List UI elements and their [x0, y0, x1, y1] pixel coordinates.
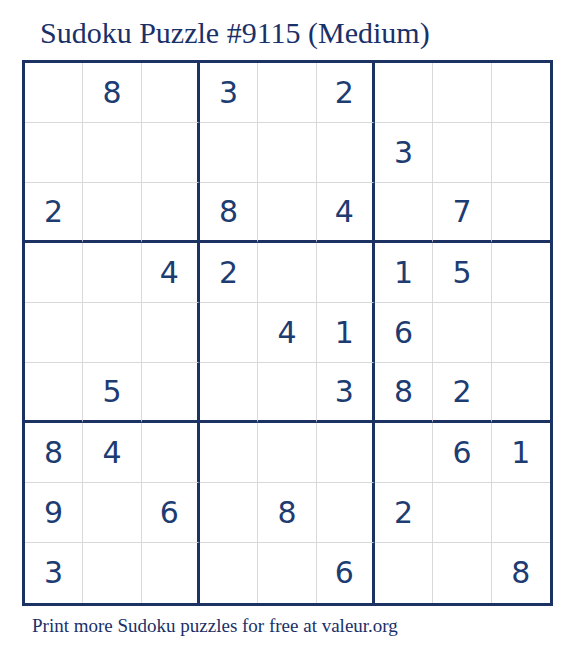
- cell-r8c3: 6: [142, 483, 200, 543]
- cell-r5c7: 6: [375, 303, 433, 363]
- cell-r1c6: 2: [317, 63, 375, 123]
- cell-r4c2: [83, 243, 141, 303]
- cell-r4c1: [25, 243, 83, 303]
- cell-r4c8: 5: [433, 243, 491, 303]
- cell-r1c5: [258, 63, 316, 123]
- cell-r7c1: 8: [25, 423, 83, 483]
- page-root: Sudoku Puzzle #9115 (Medium) 83232847421…: [0, 0, 574, 651]
- cell-r1c8: [433, 63, 491, 123]
- cell-r4c5: [258, 243, 316, 303]
- cell-r1c7: [375, 63, 433, 123]
- cell-r3c9: [492, 183, 550, 243]
- cell-r3c4: 8: [200, 183, 258, 243]
- cell-r2c6: [317, 123, 375, 183]
- cell-r9c4: [200, 543, 258, 603]
- cell-r9c9: 8: [492, 543, 550, 603]
- cell-r6c6: 3: [317, 363, 375, 423]
- cell-r5c2: [83, 303, 141, 363]
- page-title: Sudoku Puzzle #9115 (Medium): [40, 16, 430, 50]
- cell-r4c9: [492, 243, 550, 303]
- cell-r2c4: [200, 123, 258, 183]
- cell-r2c9: [492, 123, 550, 183]
- cell-r7c7: [375, 423, 433, 483]
- cell-r5c4: [200, 303, 258, 363]
- cell-r8c6: [317, 483, 375, 543]
- cell-r2c3: [142, 123, 200, 183]
- footer-text: Print more Sudoku puzzles for free at va…: [32, 615, 398, 637]
- cell-r7c6: [317, 423, 375, 483]
- cell-r4c7: 1: [375, 243, 433, 303]
- cell-r8c2: [83, 483, 141, 543]
- cell-r8c5: 8: [258, 483, 316, 543]
- cell-r4c3: 4: [142, 243, 200, 303]
- cell-r7c3: [142, 423, 200, 483]
- cell-r7c2: 4: [83, 423, 141, 483]
- cell-r2c1: [25, 123, 83, 183]
- cell-r6c7: 8: [375, 363, 433, 423]
- cell-r7c5: [258, 423, 316, 483]
- cell-r9c6: 6: [317, 543, 375, 603]
- cell-r7c9: 1: [492, 423, 550, 483]
- cell-r3c6: 4: [317, 183, 375, 243]
- cell-r3c8: 7: [433, 183, 491, 243]
- cell-r6c9: [492, 363, 550, 423]
- cell-r8c4: [200, 483, 258, 543]
- cell-r6c2: 5: [83, 363, 141, 423]
- cell-r6c4: [200, 363, 258, 423]
- cell-r4c6: [317, 243, 375, 303]
- cell-r2c8: [433, 123, 491, 183]
- cell-r6c3: [142, 363, 200, 423]
- cell-r1c1: [25, 63, 83, 123]
- cell-r3c3: [142, 183, 200, 243]
- cell-r3c5: [258, 183, 316, 243]
- cell-r8c9: [492, 483, 550, 543]
- cell-r7c8: 6: [433, 423, 491, 483]
- cell-r2c7: 3: [375, 123, 433, 183]
- cell-r2c5: [258, 123, 316, 183]
- cell-r3c2: [83, 183, 141, 243]
- cell-r7c4: [200, 423, 258, 483]
- cell-r5c9: [492, 303, 550, 363]
- cell-r6c5: [258, 363, 316, 423]
- cell-r3c7: [375, 183, 433, 243]
- cell-r8c8: [433, 483, 491, 543]
- cell-r1c9: [492, 63, 550, 123]
- cell-r8c1: 9: [25, 483, 83, 543]
- cell-r2c2: [83, 123, 141, 183]
- cell-r9c2: [83, 543, 141, 603]
- sudoku-grid: 832328474215416538284619682368: [22, 60, 553, 606]
- cell-r8c7: 2: [375, 483, 433, 543]
- cell-r1c4: 3: [200, 63, 258, 123]
- cell-r5c3: [142, 303, 200, 363]
- cell-r4c4: 2: [200, 243, 258, 303]
- cell-r1c3: [142, 63, 200, 123]
- cell-r9c1: 3: [25, 543, 83, 603]
- cell-r9c7: [375, 543, 433, 603]
- cell-r9c3: [142, 543, 200, 603]
- cell-r9c8: [433, 543, 491, 603]
- cell-r9c5: [258, 543, 316, 603]
- cell-r6c1: [25, 363, 83, 423]
- cell-r3c1: 2: [25, 183, 83, 243]
- cell-r5c1: [25, 303, 83, 363]
- cell-r5c5: 4: [258, 303, 316, 363]
- cell-r5c6: 1: [317, 303, 375, 363]
- cell-r1c2: 8: [83, 63, 141, 123]
- cell-r6c8: 2: [433, 363, 491, 423]
- cell-r5c8: [433, 303, 491, 363]
